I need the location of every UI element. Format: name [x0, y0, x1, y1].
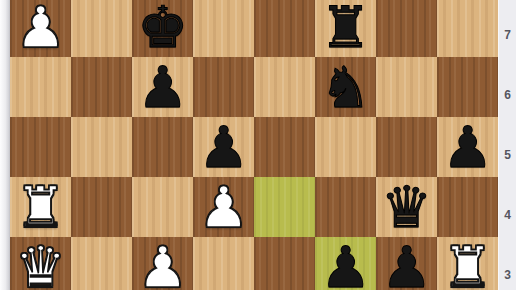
square-c3[interactable]: ♟ [132, 237, 193, 290]
piece-white-pawn[interactable]: ♟ [15, 0, 66, 57]
piece-black-queen[interactable]: ♛ [381, 177, 432, 237]
piece-black-rook[interactable]: ♜ [320, 0, 371, 57]
square-f3[interactable]: ♟ [315, 237, 376, 290]
piece-black-pawn[interactable]: ♟ [381, 237, 432, 290]
square-c4[interactable] [132, 177, 193, 237]
square-e7[interactable] [254, 0, 315, 57]
square-e5[interactable] [254, 117, 315, 177]
rank-label-6: 6 [499, 88, 516, 102]
rank-label-3: 3 [499, 268, 516, 282]
square-e4[interactable] [254, 177, 315, 237]
piece-black-knight[interactable]: ♞ [320, 57, 371, 117]
square-b4[interactable] [71, 177, 132, 237]
piece-black-pawn[interactable]: ♟ [198, 117, 249, 177]
square-c7[interactable]: ♚ [132, 0, 193, 57]
left-margin-strip [0, 0, 10, 290]
board-viewport: ♟♚♜♟♞♟♟♜♟♛♛♟♟♟♜ [10, 0, 498, 290]
piece-white-queen[interactable]: ♛ [15, 237, 66, 290]
chess-app-screen: ♟♚♜♟♞♟♟♜♟♛♛♟♟♟♜ 76543 [0, 0, 516, 290]
rank-label-5: 5 [499, 148, 516, 162]
square-a7[interactable]: ♟ [10, 0, 71, 57]
piece-black-pawn[interactable]: ♟ [320, 237, 371, 290]
square-b6[interactable] [71, 57, 132, 117]
rank-label-7: 7 [499, 28, 516, 42]
square-a4[interactable]: ♜ [10, 177, 71, 237]
square-f5[interactable] [315, 117, 376, 177]
piece-black-pawn[interactable]: ♟ [442, 117, 493, 177]
square-e3[interactable] [254, 237, 315, 290]
square-h4[interactable] [437, 177, 498, 237]
square-g5[interactable] [376, 117, 437, 177]
square-d4[interactable]: ♟ [193, 177, 254, 237]
square-h6[interactable] [437, 57, 498, 117]
square-f4[interactable] [315, 177, 376, 237]
square-a6[interactable] [10, 57, 71, 117]
square-a5[interactable] [10, 117, 71, 177]
square-h5[interactable]: ♟ [437, 117, 498, 177]
square-h7[interactable] [437, 0, 498, 57]
piece-black-king[interactable]: ♚ [137, 0, 188, 57]
square-g7[interactable] [376, 0, 437, 57]
piece-black-pawn[interactable]: ♟ [137, 57, 188, 117]
square-g6[interactable] [376, 57, 437, 117]
piece-white-pawn[interactable]: ♟ [198, 177, 249, 237]
square-d5[interactable]: ♟ [193, 117, 254, 177]
square-f7[interactable]: ♜ [315, 0, 376, 57]
piece-white-pawn[interactable]: ♟ [137, 237, 188, 290]
square-b7[interactable] [71, 0, 132, 57]
chess-board[interactable]: ♟♚♜♟♞♟♟♜♟♛♛♟♟♟♜ [10, 0, 498, 290]
square-g3[interactable]: ♟ [376, 237, 437, 290]
square-b3[interactable] [71, 237, 132, 290]
square-d6[interactable] [193, 57, 254, 117]
square-e6[interactable] [254, 57, 315, 117]
square-a3[interactable]: ♛ [10, 237, 71, 290]
square-c6[interactable]: ♟ [132, 57, 193, 117]
square-h3[interactable]: ♜ [437, 237, 498, 290]
square-g4[interactable]: ♛ [376, 177, 437, 237]
square-d7[interactable] [193, 0, 254, 57]
square-f6[interactable]: ♞ [315, 57, 376, 117]
rank-coordinate-strip: 76543 [498, 0, 516, 290]
piece-white-rook[interactable]: ♜ [442, 237, 493, 290]
rank-label-4: 4 [499, 208, 516, 222]
square-c5[interactable] [132, 117, 193, 177]
piece-white-rook[interactable]: ♜ [15, 177, 66, 237]
square-b5[interactable] [71, 117, 132, 177]
square-d3[interactable] [193, 237, 254, 290]
